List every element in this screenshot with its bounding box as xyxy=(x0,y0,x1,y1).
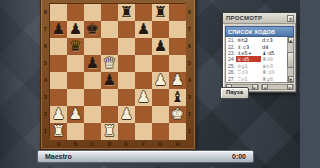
rank-label: 8 xyxy=(43,4,48,21)
rank-labels-left: 87654321 xyxy=(43,4,48,140)
file-label: D xyxy=(101,141,118,147)
move-number: 21. xyxy=(226,37,236,43)
black-pawn: ♟ xyxy=(52,21,65,38)
square-f3[interactable]: ♟ xyxy=(135,89,152,106)
square-b7[interactable]: ♟ xyxy=(67,21,84,38)
square-g6[interactable]: ♟ xyxy=(152,38,169,55)
black-move[interactable]: d4 xyxy=(261,44,286,50)
rank-label: 2 xyxy=(187,106,192,123)
square-h3[interactable]: ♝ xyxy=(169,89,186,106)
square-d2[interactable] xyxy=(101,106,118,123)
window-titlebar[interactable]: ПРОСМОТР ✕ xyxy=(223,13,296,24)
square-f2[interactable] xyxy=(135,106,152,123)
black-rook: ♜ xyxy=(154,4,167,21)
square-a3[interactable] xyxy=(50,89,67,106)
square-g1[interactable] xyxy=(152,123,169,140)
move-row: 23.♗e5+♝:d5 xyxy=(226,50,293,56)
rank-label: 8 xyxy=(187,4,192,21)
square-b5[interactable] xyxy=(67,55,84,72)
black-moves-scrollbar[interactable]: ◄ ► xyxy=(261,84,295,90)
black-king: ♚ xyxy=(86,21,99,38)
square-e4[interactable] xyxy=(118,72,135,89)
square-b4[interactable] xyxy=(67,72,84,89)
square-b6[interactable]: ♛ xyxy=(67,38,84,55)
black-move[interactable]: ♜:d3 xyxy=(261,69,286,75)
move-row: 24.♕:d5♜d8 xyxy=(226,56,293,62)
white-rook: ♜ xyxy=(52,123,65,140)
black-move[interactable]: ♜d8 xyxy=(261,56,286,62)
move-list-header: СПИСОК ХОДОВ xyxy=(225,26,294,37)
square-a2[interactable]: ♟ xyxy=(50,106,67,123)
square-b3[interactable] xyxy=(67,89,84,106)
square-b8[interactable] xyxy=(67,4,84,21)
white-pawn: ♟ xyxy=(69,106,82,123)
scroll-up-icon[interactable]: ▲ xyxy=(288,37,294,43)
square-g8[interactable]: ♜ xyxy=(152,4,169,21)
window-title: ПРОСМОТР xyxy=(226,15,262,21)
square-d3[interactable] xyxy=(101,89,118,106)
chess-board: ♜♜♟♟♚♟♛♟♟♛♟♟♟♟♝♟♟♟♚♜♜ 87654321 87654321 … xyxy=(40,0,196,150)
white-move[interactable]: ♔g1 xyxy=(236,63,261,69)
black-move[interactable]: d:c3 xyxy=(261,37,286,43)
vertical-scrollbar[interactable]: ▲ ▼ xyxy=(287,37,293,82)
square-f8[interactable] xyxy=(135,4,152,21)
square-d7[interactable] xyxy=(101,21,118,38)
black-move[interactable]: ♜g8 xyxy=(261,76,286,82)
square-a5[interactable] xyxy=(50,55,67,72)
square-e8[interactable]: ♜ xyxy=(118,4,135,21)
square-c7[interactable]: ♚ xyxy=(84,21,101,38)
black-pawn: ♟ xyxy=(86,55,99,72)
rank-labels-right: 87654321 xyxy=(187,4,192,140)
rank-label: 7 xyxy=(43,21,48,38)
white-queen: ♛ xyxy=(103,55,116,72)
move-number: 26. xyxy=(226,69,236,75)
square-b1[interactable] xyxy=(67,123,84,140)
status-bar: Maestro 0:00 xyxy=(37,150,254,163)
player-name: Maestro xyxy=(45,153,72,160)
rank-label: 5 xyxy=(43,55,48,72)
white-pawn: ♟ xyxy=(171,72,184,89)
scroll-left-icon[interactable]: ◄ xyxy=(262,84,268,90)
square-a6[interactable] xyxy=(50,38,67,55)
square-h5[interactable] xyxy=(169,55,186,72)
file-label: H xyxy=(169,141,186,147)
square-f7[interactable]: ♟ xyxy=(135,21,152,38)
rank-label: 6 xyxy=(43,38,48,55)
scroll-right-icon[interactable]: ► xyxy=(287,84,293,90)
rank-label: 1 xyxy=(187,123,192,140)
square-c2[interactable] xyxy=(84,106,101,123)
square-h8[interactable] xyxy=(169,4,186,21)
square-f1[interactable] xyxy=(135,123,152,140)
white-pawn: ♟ xyxy=(52,106,65,123)
rank-label: 7 xyxy=(187,21,192,38)
rank-label: 3 xyxy=(187,89,192,106)
black-pawn: ♟ xyxy=(103,72,116,89)
file-label: F xyxy=(135,141,152,147)
square-g4[interactable]: ♟ xyxy=(152,72,169,89)
file-labels-bottom: ABCDEFGH xyxy=(50,141,186,147)
square-e1[interactable] xyxy=(118,123,135,140)
scrollbar-thumb[interactable] xyxy=(287,52,294,68)
square-c8[interactable] xyxy=(84,4,101,21)
move-number: 27. xyxy=(226,76,236,82)
square-b2[interactable]: ♟ xyxy=(67,106,84,123)
move-row: 22.♗:c3d4 xyxy=(226,43,293,49)
file-label: E xyxy=(118,141,135,147)
black-rook: ♜ xyxy=(120,4,133,21)
square-f6[interactable] xyxy=(135,38,152,55)
black-queen: ♛ xyxy=(69,38,82,55)
board-squares: ♜♜♟♟♚♟♛♟♟♛♟♟♟♟♝♟♟♟♚♜♜ xyxy=(49,3,185,139)
square-h4[interactable]: ♟ xyxy=(169,72,186,89)
rank-label: 3 xyxy=(43,89,48,106)
square-e2[interactable]: ♟ xyxy=(118,106,135,123)
move-number: 22. xyxy=(226,44,236,50)
move-number: 24. xyxy=(226,56,236,62)
square-d5[interactable]: ♛ xyxy=(101,55,118,72)
white-move[interactable]: ♕:d5 xyxy=(236,56,261,62)
white-move[interactable]: ♖e1 xyxy=(236,76,261,82)
square-e3[interactable] xyxy=(118,89,135,106)
black-move[interactable]: ♛b3 xyxy=(261,63,286,69)
file-label: C xyxy=(84,141,101,147)
square-d8[interactable] xyxy=(101,4,118,21)
square-e5[interactable] xyxy=(118,55,135,72)
scroll-down-icon[interactable]: ▼ xyxy=(288,76,294,82)
square-c5[interactable]: ♟ xyxy=(84,55,101,72)
rank-label: 4 xyxy=(187,72,192,89)
square-f4[interactable] xyxy=(135,72,152,89)
move-number: 23. xyxy=(226,50,236,56)
square-g7[interactable] xyxy=(152,21,169,38)
close-icon[interactable]: ✕ xyxy=(287,15,294,22)
review-window: ПРОСМОТР ✕ СПИСОК ХОДОВ 21.♔h2d:c322.♗:c… xyxy=(222,12,297,93)
square-h1[interactable] xyxy=(169,123,186,140)
rank-label: 1 xyxy=(43,123,48,140)
square-e7[interactable] xyxy=(118,21,135,38)
white-move[interactable]: ♔h2 xyxy=(236,37,261,43)
rank-label: 5 xyxy=(187,55,192,72)
square-a8[interactable] xyxy=(50,4,67,21)
white-move[interactable]: ♗:c3 xyxy=(236,44,261,50)
square-h6[interactable] xyxy=(169,38,186,55)
square-d6[interactable] xyxy=(101,38,118,55)
square-e6[interactable] xyxy=(118,38,135,55)
square-a1[interactable]: ♜ xyxy=(50,123,67,140)
square-c3[interactable] xyxy=(84,89,101,106)
white-king: ♚ xyxy=(171,106,184,123)
move-row: 25.♔g1♛b3 xyxy=(226,63,293,69)
white-pawn: ♟ xyxy=(120,106,133,123)
square-a7[interactable]: ♟ xyxy=(50,21,67,38)
square-d1[interactable]: ♜ xyxy=(101,123,118,140)
black-pawn: ♟ xyxy=(154,38,167,55)
move-list: 21.♔h2d:c322.♗:c3d423.♗e5+♝:d524.♕:d5♜d8… xyxy=(225,37,294,83)
black-bishop: ♝ xyxy=(171,89,184,106)
square-h2[interactable]: ♚ xyxy=(169,106,186,123)
move-number: 25. xyxy=(226,63,236,69)
rank-label: 6 xyxy=(187,38,192,55)
square-c1[interactable] xyxy=(84,123,101,140)
white-rook: ♜ xyxy=(103,123,116,140)
square-g3[interactable] xyxy=(152,89,169,106)
file-label: A xyxy=(50,141,67,147)
black-pawn: ♟ xyxy=(69,21,82,38)
square-h7[interactable] xyxy=(169,21,186,38)
rank-label: 2 xyxy=(43,106,48,123)
black-pawn: ♟ xyxy=(137,21,150,38)
move-row: 21.♔h2d:c3 xyxy=(226,37,293,43)
square-f5[interactable] xyxy=(135,55,152,72)
file-label: B xyxy=(67,141,84,147)
square-g5[interactable] xyxy=(152,55,169,72)
square-g2[interactable] xyxy=(152,106,169,123)
move-row: 27.♖e1♜g8 xyxy=(226,75,293,81)
move-row: 26.♖d3♜:d3 xyxy=(226,69,293,75)
square-a4[interactable] xyxy=(50,72,67,89)
white-move[interactable]: ♗e5+ xyxy=(236,50,261,56)
square-c4[interactable] xyxy=(84,72,101,89)
white-move[interactable]: ♖d3 xyxy=(236,69,261,75)
square-d4[interactable]: ♟ xyxy=(101,72,118,89)
square-c6[interactable] xyxy=(84,38,101,55)
file-label: G xyxy=(152,141,169,147)
clock-time: 0:00 xyxy=(232,153,246,160)
pause-button[interactable]: Пауза xyxy=(220,87,249,99)
rank-label: 4 xyxy=(43,72,48,89)
black-move[interactable]: ♝:d5 xyxy=(261,50,286,56)
white-pawn: ♟ xyxy=(137,89,150,106)
white-pawn: ♟ xyxy=(154,72,167,89)
scroll-right-icon[interactable]: ► xyxy=(252,84,258,90)
